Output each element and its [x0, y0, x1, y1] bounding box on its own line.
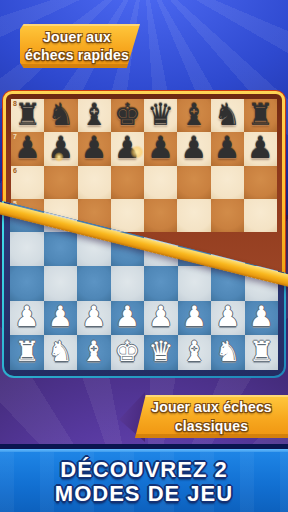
piece-wp-g2[interactable]: ♟ — [211, 300, 245, 335]
piece-wp-f2[interactable]: ♟ — [178, 300, 212, 335]
piece-bp-c7[interactable]: ♟ — [78, 131, 111, 164]
square-d3[interactable] — [111, 266, 145, 301]
sparkle-icon — [54, 152, 64, 162]
square-f1[interactable]: ♝ — [178, 335, 212, 370]
piece-bb-c8[interactable]: ♝ — [78, 98, 111, 131]
square-c8[interactable]: ♝ — [78, 99, 111, 132]
square-c2[interactable]: ♟ — [77, 301, 111, 336]
square-g1[interactable]: ♞ — [211, 335, 245, 370]
square-a3[interactable] — [10, 266, 44, 301]
promo-screen: 8♜♞♝♚♛♝♞♜7♟♟♟♟♟♟♟♟65 ♟♟♟♟♟♟♟♟♜♞♝♚♛♝♞♜ Jo… — [0, 0, 288, 512]
square-f2[interactable]: ♟ — [178, 301, 212, 336]
square-h6[interactable] — [244, 166, 277, 199]
square-d5[interactable] — [111, 199, 144, 232]
square-b4[interactable] — [44, 232, 78, 267]
square-b1[interactable]: ♞ — [44, 335, 78, 370]
square-a4[interactable] — [10, 232, 44, 267]
square-a6[interactable]: 6 — [11, 166, 44, 199]
banner-text: Jouer aux échecs — [151, 398, 272, 416]
square-d1[interactable]: ♚ — [111, 335, 145, 370]
square-b2[interactable]: ♟ — [44, 301, 78, 336]
piece-wp-c2[interactable]: ♟ — [77, 300, 111, 335]
piece-bp-g7[interactable]: ♟ — [211, 131, 244, 164]
piece-bq-e8[interactable]: ♛ — [144, 98, 177, 131]
footer-body: DÉCOUVREZ 2 MODES DE JEU — [0, 452, 288, 512]
square-h2[interactable]: ♟ — [245, 301, 279, 336]
piece-br-a8[interactable]: ♜ — [11, 98, 44, 131]
square-b8[interactable]: ♞ — [44, 99, 77, 132]
square-e1[interactable]: ♛ — [144, 335, 178, 370]
piece-bp-e7[interactable]: ♟ — [144, 131, 177, 164]
piece-bn-g8[interactable]: ♞ — [211, 98, 244, 131]
square-e5[interactable] — [144, 199, 177, 232]
piece-wp-h2[interactable]: ♟ — [245, 300, 279, 335]
square-e2[interactable]: ♟ — [144, 301, 178, 336]
rapid-chess-banner[interactable]: Jouer aux échecs rapides — [20, 24, 140, 68]
piece-wb-c1[interactable]: ♝ — [77, 334, 111, 369]
piece-bp-a7[interactable]: ♟ — [11, 131, 44, 164]
square-f7[interactable]: ♟ — [177, 132, 210, 165]
square-d2[interactable]: ♟ — [111, 301, 145, 336]
square-h5[interactable] — [244, 199, 277, 232]
piece-bp-f7[interactable]: ♟ — [177, 131, 210, 164]
piece-br-h8[interactable]: ♜ — [244, 98, 277, 131]
piece-wr-a1[interactable]: ♜ — [10, 334, 44, 369]
piece-wn-b1[interactable]: ♞ — [44, 334, 78, 369]
footer-bar: DÉCOUVREZ 2 MODES DE JEU — [0, 444, 288, 512]
piece-bn-b8[interactable]: ♞ — [44, 98, 77, 131]
piece-wn-g1[interactable]: ♞ — [211, 334, 245, 369]
square-e8[interactable]: ♛ — [144, 99, 177, 132]
square-a7[interactable]: 7♟ — [11, 132, 44, 165]
square-g6[interactable] — [211, 166, 244, 199]
banner-text: classiques — [175, 417, 249, 435]
banner-text: Jouer aux — [43, 28, 111, 46]
piece-bk-d8[interactable]: ♚ — [111, 98, 144, 131]
square-a1[interactable]: ♜ — [10, 335, 44, 370]
piece-wq-e1[interactable]: ♛ — [144, 334, 178, 369]
square-g8[interactable]: ♞ — [211, 99, 244, 132]
piece-bb-f8[interactable]: ♝ — [177, 98, 210, 131]
square-d6[interactable] — [111, 166, 144, 199]
square-c1[interactable]: ♝ — [77, 335, 111, 370]
square-e7[interactable]: ♟ — [144, 132, 177, 165]
square-f3[interactable] — [178, 266, 212, 301]
square-e6[interactable] — [144, 166, 177, 199]
square-e3[interactable] — [144, 266, 178, 301]
square-c3[interactable] — [77, 266, 111, 301]
square-b3[interactable] — [44, 266, 78, 301]
square-f8[interactable]: ♝ — [177, 99, 210, 132]
piece-wp-b2[interactable]: ♟ — [44, 300, 78, 335]
piece-wp-d2[interactable]: ♟ — [111, 300, 145, 335]
classic-chess-banner[interactable]: Jouer aux échecs classiques — [135, 395, 288, 438]
square-d8[interactable]: ♚ — [111, 99, 144, 132]
sparkle-icon — [130, 145, 144, 159]
square-g5[interactable] — [211, 199, 244, 232]
rapid-board-grid: 8♜♞♝♚♛♝♞♜7♟♟♟♟♟♟♟♟65 — [11, 99, 277, 232]
piece-wb-f1[interactable]: ♝ — [178, 334, 212, 369]
square-h7[interactable]: ♟ — [244, 132, 277, 165]
square-c7[interactable]: ♟ — [78, 132, 111, 165]
piece-wp-a2[interactable]: ♟ — [10, 300, 44, 335]
rank-label-6: 6 — [13, 167, 17, 174]
square-f5[interactable] — [177, 199, 210, 232]
square-b6[interactable] — [44, 166, 77, 199]
piece-wk-d1[interactable]: ♚ — [111, 334, 145, 369]
piece-wp-e2[interactable]: ♟ — [144, 300, 178, 335]
square-a2[interactable]: ♟ — [10, 301, 44, 336]
square-a8[interactable]: 8♜ — [11, 99, 44, 132]
square-g2[interactable]: ♟ — [211, 301, 245, 336]
footer-title: DÉCOUVREZ 2 — [60, 458, 227, 482]
square-h1[interactable]: ♜ — [245, 335, 279, 370]
square-c6[interactable] — [78, 166, 111, 199]
piece-wr-h1[interactable]: ♜ — [245, 334, 279, 369]
square-g7[interactable]: ♟ — [211, 132, 244, 165]
banner-text: échecs rapides — [25, 46, 129, 64]
piece-bp-h7[interactable]: ♟ — [244, 131, 277, 164]
square-h8[interactable]: ♜ — [244, 99, 277, 132]
square-f6[interactable] — [177, 166, 210, 199]
footer-title: MODES DE JEU — [55, 482, 233, 506]
